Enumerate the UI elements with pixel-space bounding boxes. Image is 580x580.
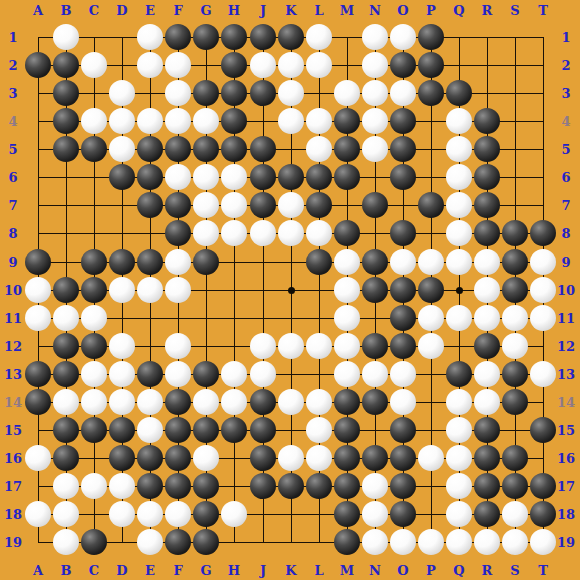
intersection-T12[interactable] xyxy=(529,332,557,360)
intersection-L10[interactable] xyxy=(305,276,333,304)
intersection-A8[interactable] xyxy=(24,219,52,247)
intersection-A7[interactable] xyxy=(24,191,52,219)
intersection-N12[interactable] xyxy=(361,332,389,360)
intersection-S17[interactable] xyxy=(501,472,529,500)
intersection-G10[interactable] xyxy=(192,276,220,304)
intersection-S8[interactable] xyxy=(501,219,529,247)
intersection-M18[interactable] xyxy=(333,500,361,528)
intersection-D11[interactable] xyxy=(108,304,136,332)
intersection-F8[interactable] xyxy=(164,219,192,247)
intersection-K1[interactable] xyxy=(277,23,305,51)
intersection-M9[interactable] xyxy=(333,248,361,276)
intersection-M16[interactable] xyxy=(333,444,361,472)
intersection-R3[interactable] xyxy=(473,79,501,107)
intersection-G15[interactable] xyxy=(192,416,220,444)
intersection-P15[interactable] xyxy=(417,416,445,444)
intersection-C9[interactable] xyxy=(80,248,108,276)
intersection-T3[interactable] xyxy=(529,79,557,107)
intersection-M1[interactable] xyxy=(333,23,361,51)
intersection-N1[interactable] xyxy=(361,23,389,51)
intersection-Q15[interactable] xyxy=(445,416,473,444)
intersection-R19[interactable] xyxy=(473,528,501,556)
intersection-D3[interactable] xyxy=(108,79,136,107)
intersection-M6[interactable] xyxy=(333,163,361,191)
intersection-S15[interactable] xyxy=(501,416,529,444)
intersection-Q16[interactable] xyxy=(445,444,473,472)
intersection-H18[interactable] xyxy=(220,500,248,528)
intersection-R15[interactable] xyxy=(473,416,501,444)
intersection-J3[interactable] xyxy=(249,79,277,107)
intersection-F13[interactable] xyxy=(164,360,192,388)
intersection-T9[interactable] xyxy=(529,248,557,276)
intersection-Q10[interactable] xyxy=(445,276,473,304)
intersection-B19[interactable] xyxy=(52,528,80,556)
intersection-E1[interactable] xyxy=(136,23,164,51)
intersection-F7[interactable] xyxy=(164,191,192,219)
intersection-Q7[interactable] xyxy=(445,191,473,219)
intersection-P11[interactable] xyxy=(417,304,445,332)
intersection-G7[interactable] xyxy=(192,191,220,219)
intersection-H6[interactable] xyxy=(220,163,248,191)
intersection-J12[interactable] xyxy=(249,332,277,360)
intersection-Q5[interactable] xyxy=(445,135,473,163)
intersection-R1[interactable] xyxy=(473,23,501,51)
intersection-O8[interactable] xyxy=(389,219,417,247)
intersection-T19[interactable] xyxy=(529,528,557,556)
intersection-R14[interactable] xyxy=(473,388,501,416)
intersection-G6[interactable] xyxy=(192,163,220,191)
intersection-K14[interactable] xyxy=(277,388,305,416)
intersection-N7[interactable] xyxy=(361,191,389,219)
intersection-B7[interactable] xyxy=(52,191,80,219)
intersection-A11[interactable] xyxy=(24,304,52,332)
intersection-H12[interactable] xyxy=(220,332,248,360)
intersection-E10[interactable] xyxy=(136,276,164,304)
intersection-R5[interactable] xyxy=(473,135,501,163)
intersection-Q11[interactable] xyxy=(445,304,473,332)
intersection-E7[interactable] xyxy=(136,191,164,219)
intersection-Q13[interactable] xyxy=(445,360,473,388)
intersection-T11[interactable] xyxy=(529,304,557,332)
intersection-D8[interactable] xyxy=(108,219,136,247)
intersection-M17[interactable] xyxy=(333,472,361,500)
intersection-H17[interactable] xyxy=(220,472,248,500)
intersection-J17[interactable] xyxy=(249,472,277,500)
intersection-Q17[interactable] xyxy=(445,472,473,500)
intersection-F16[interactable] xyxy=(164,444,192,472)
intersection-S6[interactable] xyxy=(501,163,529,191)
intersection-M5[interactable] xyxy=(333,135,361,163)
intersection-H8[interactable] xyxy=(220,219,248,247)
intersection-L17[interactable] xyxy=(305,472,333,500)
intersection-D17[interactable] xyxy=(108,472,136,500)
intersection-G8[interactable] xyxy=(192,219,220,247)
intersection-P12[interactable] xyxy=(417,332,445,360)
intersection-J10[interactable] xyxy=(249,276,277,304)
intersection-O18[interactable] xyxy=(389,500,417,528)
intersection-T15[interactable] xyxy=(529,416,557,444)
intersection-G12[interactable] xyxy=(192,332,220,360)
intersection-H11[interactable] xyxy=(220,304,248,332)
intersection-N15[interactable] xyxy=(361,416,389,444)
intersection-N4[interactable] xyxy=(361,107,389,135)
intersection-J4[interactable] xyxy=(249,107,277,135)
intersection-G3[interactable] xyxy=(192,79,220,107)
intersection-N11[interactable] xyxy=(361,304,389,332)
intersection-N17[interactable] xyxy=(361,472,389,500)
intersection-L16[interactable] xyxy=(305,444,333,472)
intersection-D7[interactable] xyxy=(108,191,136,219)
intersection-N18[interactable] xyxy=(361,500,389,528)
intersection-S9[interactable] xyxy=(501,248,529,276)
intersection-L8[interactable] xyxy=(305,219,333,247)
intersection-F18[interactable] xyxy=(164,500,192,528)
intersection-A12[interactable] xyxy=(24,332,52,360)
intersection-D18[interactable] xyxy=(108,500,136,528)
intersection-K10[interactable] xyxy=(277,276,305,304)
intersection-K9[interactable] xyxy=(277,248,305,276)
intersection-Q12[interactable] xyxy=(445,332,473,360)
intersection-L19[interactable] xyxy=(305,528,333,556)
intersection-G17[interactable] xyxy=(192,472,220,500)
intersection-O16[interactable] xyxy=(389,444,417,472)
intersection-O12[interactable] xyxy=(389,332,417,360)
intersection-B13[interactable] xyxy=(52,360,80,388)
intersection-D4[interactable] xyxy=(108,107,136,135)
intersection-B5[interactable] xyxy=(52,135,80,163)
intersection-T8[interactable] xyxy=(529,219,557,247)
intersection-A6[interactable] xyxy=(24,163,52,191)
intersection-C19[interactable] xyxy=(80,528,108,556)
intersection-D1[interactable] xyxy=(108,23,136,51)
intersection-P8[interactable] xyxy=(417,219,445,247)
intersection-J9[interactable] xyxy=(249,248,277,276)
intersection-B9[interactable] xyxy=(52,248,80,276)
intersection-T6[interactable] xyxy=(529,163,557,191)
intersection-S1[interactable] xyxy=(501,23,529,51)
intersection-J1[interactable] xyxy=(249,23,277,51)
intersection-J13[interactable] xyxy=(249,360,277,388)
intersection-F15[interactable] xyxy=(164,416,192,444)
intersection-F14[interactable] xyxy=(164,388,192,416)
intersection-B11[interactable] xyxy=(52,304,80,332)
intersection-C1[interactable] xyxy=(80,23,108,51)
intersection-C6[interactable] xyxy=(80,163,108,191)
intersection-D6[interactable] xyxy=(108,163,136,191)
intersection-D9[interactable] xyxy=(108,248,136,276)
intersection-R10[interactable] xyxy=(473,276,501,304)
intersection-A17[interactable] xyxy=(24,472,52,500)
intersection-S19[interactable] xyxy=(501,528,529,556)
intersection-G18[interactable] xyxy=(192,500,220,528)
intersection-R7[interactable] xyxy=(473,191,501,219)
intersection-K17[interactable] xyxy=(277,472,305,500)
intersection-Q18[interactable] xyxy=(445,500,473,528)
intersection-B12[interactable] xyxy=(52,332,80,360)
intersection-M8[interactable] xyxy=(333,219,361,247)
intersection-P14[interactable] xyxy=(417,388,445,416)
intersection-F5[interactable] xyxy=(164,135,192,163)
intersection-B15[interactable] xyxy=(52,416,80,444)
intersection-N10[interactable] xyxy=(361,276,389,304)
intersection-J15[interactable] xyxy=(249,416,277,444)
intersection-J5[interactable] xyxy=(249,135,277,163)
intersection-G16[interactable] xyxy=(192,444,220,472)
intersection-S18[interactable] xyxy=(501,500,529,528)
intersection-L15[interactable] xyxy=(305,416,333,444)
intersection-M19[interactable] xyxy=(333,528,361,556)
intersection-T18[interactable] xyxy=(529,500,557,528)
intersection-E16[interactable] xyxy=(136,444,164,472)
intersection-S12[interactable] xyxy=(501,332,529,360)
intersection-J6[interactable] xyxy=(249,163,277,191)
intersection-H2[interactable] xyxy=(220,51,248,79)
intersection-L12[interactable] xyxy=(305,332,333,360)
intersection-F4[interactable] xyxy=(164,107,192,135)
intersection-H9[interactable] xyxy=(220,248,248,276)
intersection-C13[interactable] xyxy=(80,360,108,388)
intersection-K18[interactable] xyxy=(277,500,305,528)
intersection-P7[interactable] xyxy=(417,191,445,219)
intersection-J16[interactable] xyxy=(249,444,277,472)
intersection-J7[interactable] xyxy=(249,191,277,219)
intersection-D5[interactable] xyxy=(108,135,136,163)
intersection-N5[interactable] xyxy=(361,135,389,163)
intersection-E14[interactable] xyxy=(136,388,164,416)
intersection-G9[interactable] xyxy=(192,248,220,276)
intersection-K12[interactable] xyxy=(277,332,305,360)
intersection-O3[interactable] xyxy=(389,79,417,107)
intersection-O14[interactable] xyxy=(389,388,417,416)
intersection-C5[interactable] xyxy=(80,135,108,163)
intersection-G19[interactable] xyxy=(192,528,220,556)
intersection-Q1[interactable] xyxy=(445,23,473,51)
intersection-D15[interactable] xyxy=(108,416,136,444)
intersection-H19[interactable] xyxy=(220,528,248,556)
intersection-T4[interactable] xyxy=(529,107,557,135)
intersection-J11[interactable] xyxy=(249,304,277,332)
intersection-K4[interactable] xyxy=(277,107,305,135)
intersection-A18[interactable] xyxy=(24,500,52,528)
intersection-H14[interactable] xyxy=(220,388,248,416)
intersection-L6[interactable] xyxy=(305,163,333,191)
intersection-G13[interactable] xyxy=(192,360,220,388)
intersection-C14[interactable] xyxy=(80,388,108,416)
intersection-K11[interactable] xyxy=(277,304,305,332)
intersection-T13[interactable] xyxy=(529,360,557,388)
intersection-E8[interactable] xyxy=(136,219,164,247)
intersection-A14[interactable] xyxy=(24,388,52,416)
intersection-J2[interactable] xyxy=(249,51,277,79)
intersection-K6[interactable] xyxy=(277,163,305,191)
intersection-Q3[interactable] xyxy=(445,79,473,107)
intersection-C11[interactable] xyxy=(80,304,108,332)
intersection-C4[interactable] xyxy=(80,107,108,135)
intersection-F3[interactable] xyxy=(164,79,192,107)
intersection-N2[interactable] xyxy=(361,51,389,79)
intersection-H3[interactable] xyxy=(220,79,248,107)
intersection-A13[interactable] xyxy=(24,360,52,388)
intersection-B6[interactable] xyxy=(52,163,80,191)
intersection-F17[interactable] xyxy=(164,472,192,500)
intersection-E4[interactable] xyxy=(136,107,164,135)
intersection-R11[interactable] xyxy=(473,304,501,332)
intersection-H16[interactable] xyxy=(220,444,248,472)
intersection-M3[interactable] xyxy=(333,79,361,107)
intersection-Q9[interactable] xyxy=(445,248,473,276)
intersection-P16[interactable] xyxy=(417,444,445,472)
intersection-B3[interactable] xyxy=(52,79,80,107)
intersection-R6[interactable] xyxy=(473,163,501,191)
intersection-F12[interactable] xyxy=(164,332,192,360)
intersection-C15[interactable] xyxy=(80,416,108,444)
intersection-N8[interactable] xyxy=(361,219,389,247)
intersection-F6[interactable] xyxy=(164,163,192,191)
intersection-C10[interactable] xyxy=(80,276,108,304)
intersection-A9[interactable] xyxy=(24,248,52,276)
intersection-P19[interactable] xyxy=(417,528,445,556)
intersection-P4[interactable] xyxy=(417,107,445,135)
intersection-N14[interactable] xyxy=(361,388,389,416)
intersection-E5[interactable] xyxy=(136,135,164,163)
intersection-L18[interactable] xyxy=(305,500,333,528)
intersection-B14[interactable] xyxy=(52,388,80,416)
intersection-A16[interactable] xyxy=(24,444,52,472)
intersection-R9[interactable] xyxy=(473,248,501,276)
intersection-T10[interactable] xyxy=(529,276,557,304)
intersection-J14[interactable] xyxy=(249,388,277,416)
intersection-T16[interactable] xyxy=(529,444,557,472)
intersection-N13[interactable] xyxy=(361,360,389,388)
intersection-S3[interactable] xyxy=(501,79,529,107)
intersection-M15[interactable] xyxy=(333,416,361,444)
intersection-C8[interactable] xyxy=(80,219,108,247)
intersection-S11[interactable] xyxy=(501,304,529,332)
intersection-P3[interactable] xyxy=(417,79,445,107)
intersection-H13[interactable] xyxy=(220,360,248,388)
intersection-T1[interactable] xyxy=(529,23,557,51)
intersection-D14[interactable] xyxy=(108,388,136,416)
intersection-M11[interactable] xyxy=(333,304,361,332)
intersection-O6[interactable] xyxy=(389,163,417,191)
intersection-E19[interactable] xyxy=(136,528,164,556)
intersection-C7[interactable] xyxy=(80,191,108,219)
intersection-S7[interactable] xyxy=(501,191,529,219)
intersection-D19[interactable] xyxy=(108,528,136,556)
intersection-P18[interactable] xyxy=(417,500,445,528)
intersection-E3[interactable] xyxy=(136,79,164,107)
intersection-Q6[interactable] xyxy=(445,163,473,191)
intersection-L4[interactable] xyxy=(305,107,333,135)
intersection-C12[interactable] xyxy=(80,332,108,360)
intersection-S10[interactable] xyxy=(501,276,529,304)
intersection-P6[interactable] xyxy=(417,163,445,191)
intersection-T5[interactable] xyxy=(529,135,557,163)
intersection-D10[interactable] xyxy=(108,276,136,304)
intersection-R8[interactable] xyxy=(473,219,501,247)
intersection-R16[interactable] xyxy=(473,444,501,472)
intersection-P10[interactable] xyxy=(417,276,445,304)
intersection-R4[interactable] xyxy=(473,107,501,135)
intersection-P2[interactable] xyxy=(417,51,445,79)
intersection-L7[interactable] xyxy=(305,191,333,219)
intersection-E2[interactable] xyxy=(136,51,164,79)
intersection-S14[interactable] xyxy=(501,388,529,416)
intersection-K15[interactable] xyxy=(277,416,305,444)
intersection-A19[interactable] xyxy=(24,528,52,556)
intersection-G5[interactable] xyxy=(192,135,220,163)
intersection-O7[interactable] xyxy=(389,191,417,219)
intersection-S2[interactable] xyxy=(501,51,529,79)
intersection-A2[interactable] xyxy=(24,51,52,79)
intersection-S4[interactable] xyxy=(501,107,529,135)
intersection-D16[interactable] xyxy=(108,444,136,472)
intersection-O11[interactable] xyxy=(389,304,417,332)
intersection-K13[interactable] xyxy=(277,360,305,388)
intersection-C3[interactable] xyxy=(80,79,108,107)
intersection-B18[interactable] xyxy=(52,500,80,528)
intersection-Q8[interactable] xyxy=(445,219,473,247)
intersection-M10[interactable] xyxy=(333,276,361,304)
intersection-J18[interactable] xyxy=(249,500,277,528)
go-board[interactable]: AABBCCDDEEFFGGHHJJKKLLMMNNOOPPQQRRSSTT11… xyxy=(0,0,580,580)
intersection-S13[interactable] xyxy=(501,360,529,388)
intersection-A1[interactable] xyxy=(24,23,52,51)
intersection-O2[interactable] xyxy=(389,51,417,79)
intersection-E12[interactable] xyxy=(136,332,164,360)
intersection-F1[interactable] xyxy=(164,23,192,51)
intersection-B4[interactable] xyxy=(52,107,80,135)
intersection-O19[interactable] xyxy=(389,528,417,556)
intersection-E18[interactable] xyxy=(136,500,164,528)
intersection-M14[interactable] xyxy=(333,388,361,416)
intersection-Q14[interactable] xyxy=(445,388,473,416)
intersection-H15[interactable] xyxy=(220,416,248,444)
intersection-Q4[interactable] xyxy=(445,107,473,135)
intersection-A4[interactable] xyxy=(24,107,52,135)
intersection-L13[interactable] xyxy=(305,360,333,388)
intersection-R12[interactable] xyxy=(473,332,501,360)
intersection-R17[interactable] xyxy=(473,472,501,500)
intersection-B16[interactable] xyxy=(52,444,80,472)
intersection-F19[interactable] xyxy=(164,528,192,556)
intersection-F2[interactable] xyxy=(164,51,192,79)
intersection-M12[interactable] xyxy=(333,332,361,360)
intersection-K8[interactable] xyxy=(277,219,305,247)
intersection-E13[interactable] xyxy=(136,360,164,388)
intersection-S16[interactable] xyxy=(501,444,529,472)
intersection-H7[interactable] xyxy=(220,191,248,219)
intersection-M7[interactable] xyxy=(333,191,361,219)
intersection-O5[interactable] xyxy=(389,135,417,163)
intersection-A3[interactable] xyxy=(24,79,52,107)
intersection-K5[interactable] xyxy=(277,135,305,163)
intersection-G4[interactable] xyxy=(192,107,220,135)
intersection-N9[interactable] xyxy=(361,248,389,276)
intersection-L5[interactable] xyxy=(305,135,333,163)
intersection-M4[interactable] xyxy=(333,107,361,135)
intersection-N6[interactable] xyxy=(361,163,389,191)
intersection-R2[interactable] xyxy=(473,51,501,79)
intersection-Q2[interactable] xyxy=(445,51,473,79)
intersection-T2[interactable] xyxy=(529,51,557,79)
intersection-D12[interactable] xyxy=(108,332,136,360)
intersection-H5[interactable] xyxy=(220,135,248,163)
intersection-B10[interactable] xyxy=(52,276,80,304)
intersection-A15[interactable] xyxy=(24,416,52,444)
intersection-H1[interactable] xyxy=(220,23,248,51)
intersection-P1[interactable] xyxy=(417,23,445,51)
